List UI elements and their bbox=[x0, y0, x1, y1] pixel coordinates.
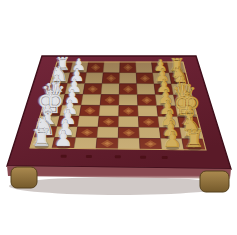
board-foot-right bbox=[200, 171, 229, 192]
piece-highlight: ♜ bbox=[183, 127, 203, 152]
front-slot bbox=[86, 155, 92, 158]
piece-highlight: ♟ bbox=[53, 127, 71, 150]
board-shadow bbox=[9, 177, 229, 195]
front-slot bbox=[61, 155, 67, 158]
piece-highlight: ♟ bbox=[162, 128, 180, 151]
front-slot bbox=[140, 156, 146, 159]
board-foot-left bbox=[11, 167, 37, 188]
chess-set-photo: ♜♜♟♟♟♟♜♜♞♞♟♟♟♟♞♞♝♝♟♟♟♟♝♝♛♛♟♟♟♟♛♛♚♚♟♟♟♟♚♚… bbox=[0, 0, 237, 235]
chess-board-scene: ♜♜♟♟♟♟♜♜♞♞♟♟♟♟♞♞♝♝♟♟♟♟♝♝♛♛♟♟♟♟♛♛♚♚♟♟♟♟♚♚… bbox=[0, 0, 237, 235]
front-slot bbox=[115, 155, 121, 158]
front-slot bbox=[162, 156, 168, 159]
piece-highlight: ♜ bbox=[30, 125, 50, 150]
